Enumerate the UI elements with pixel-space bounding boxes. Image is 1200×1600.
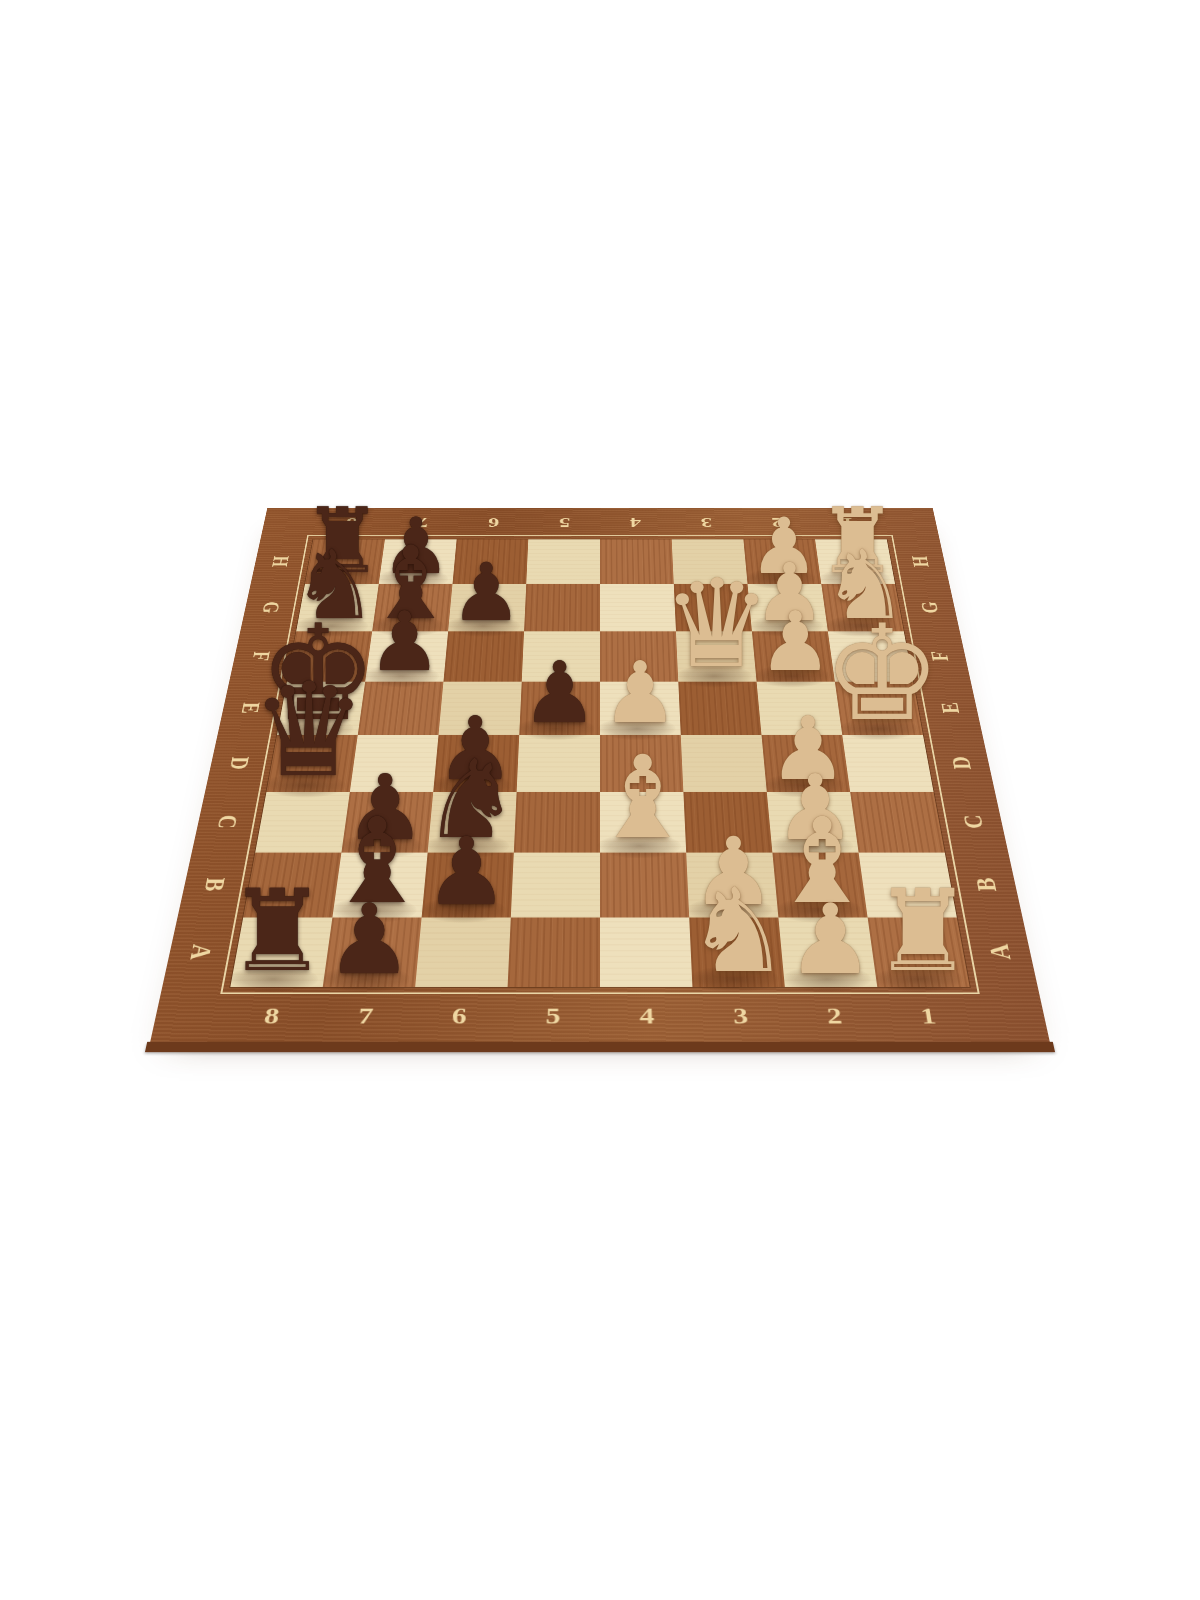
square-a8 [230,918,332,988]
coord-label-bottom-2: 2 [786,998,884,1034]
square-c8 [255,792,350,853]
square-a7 [323,918,422,988]
square-f2 [752,631,835,681]
square-g3 [674,584,752,631]
squares-grid [230,539,969,987]
coord-label-top-2: 2 [741,513,814,532]
square-g8 [296,584,379,631]
square-f8 [287,631,372,681]
coord-label-top-5: 5 [529,513,600,532]
square-b2 [772,853,867,918]
square-f1 [828,631,913,681]
square-h1 [815,539,895,584]
square-a3 [689,918,785,988]
square-b5 [511,853,600,918]
square-a4 [600,918,692,988]
square-e3 [678,682,761,735]
square-f6 [443,631,524,681]
square-g4 [600,584,676,631]
square-b7 [332,853,427,918]
square-f7 [365,631,448,681]
square-b4 [600,853,689,918]
coord-label-bottom-1: 1 [879,998,979,1034]
square-b8 [243,853,341,918]
square-d8 [266,735,357,792]
square-h4 [600,539,674,584]
square-g6 [448,584,526,631]
square-b1 [859,853,957,918]
board-tilt-plane: 87654321 87654321 HGFEDCBA HGFEDCBA [150,508,1050,1042]
coords-top: 87654321 [315,513,886,532]
square-c6 [428,792,517,853]
square-e1 [835,682,923,735]
square-a1 [868,918,970,988]
board-front-bevel [145,1042,1055,1052]
square-g7 [372,584,452,631]
coord-label-bottom-5: 5 [505,998,600,1034]
square-a5 [508,918,600,988]
square-f5 [522,631,600,681]
square-c4 [600,792,686,853]
square-a2 [778,918,877,988]
square-c2 [767,792,859,853]
square-h2 [743,539,821,584]
square-e8 [277,682,365,735]
square-b3 [686,853,778,918]
coord-label-top-7: 7 [386,513,459,532]
square-c3 [683,792,772,853]
square-e6 [439,682,522,735]
square-f3 [676,631,757,681]
square-g1 [821,584,904,631]
coord-label-bottom-7: 7 [316,998,414,1034]
square-d1 [842,735,933,792]
chess-board: 87654321 87654321 HGFEDCBA HGFEDCBA [150,508,1050,1042]
square-h5 [526,539,600,584]
square-h6 [452,539,528,584]
coord-label-top-3: 3 [670,513,742,532]
square-h7 [379,539,457,584]
coords-bottom: 87654321 [222,998,979,1034]
square-e5 [519,682,600,735]
square-h8 [305,539,385,584]
square-d2 [762,735,851,792]
square-c7 [341,792,433,853]
square-h3 [672,539,748,584]
square-d4 [600,735,683,792]
square-b6 [422,853,514,918]
square-g2 [748,584,828,631]
coord-label-bottom-3: 3 [693,998,789,1034]
coord-label-top-8: 8 [315,513,389,532]
square-e7 [358,682,444,735]
square-f4 [600,631,678,681]
square-c1 [850,792,945,853]
coord-label-bottom-8: 8 [222,998,322,1034]
square-d3 [681,735,767,792]
coord-label-bottom-6: 6 [411,998,507,1034]
board-scene: 87654321 87654321 HGFEDCBA HGFEDCBA [218,353,983,1118]
square-d7 [350,735,439,792]
square-d5 [517,735,600,792]
coord-label-top-6: 6 [457,513,529,532]
square-g5 [524,584,600,631]
square-a6 [415,918,511,988]
square-d6 [433,735,519,792]
photo-background: 87654321 87654321 HGFEDCBA HGFEDCBA ♜♟♟♜… [0,0,1200,1600]
coord-label-bottom-4: 4 [600,998,695,1034]
coord-label-top-4: 4 [600,513,671,532]
square-e2 [757,682,843,735]
square-c5 [514,792,600,853]
coord-label-top-1: 1 [811,513,885,532]
square-e4 [600,682,681,735]
